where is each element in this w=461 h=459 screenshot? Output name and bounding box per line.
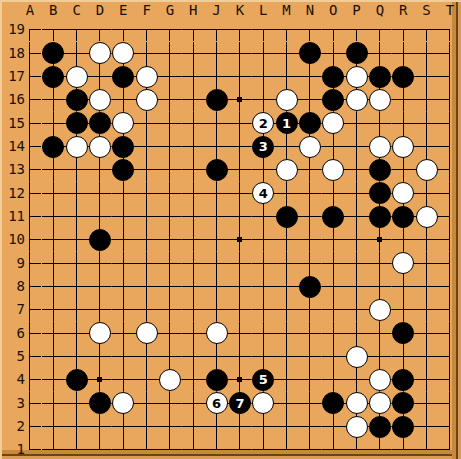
intersection-M19 — [275, 18, 298, 41]
black-stone-O11 — [322, 206, 344, 228]
intersection-D19 — [88, 18, 111, 41]
intersection-S19 — [415, 18, 438, 41]
intersection-P10 — [345, 228, 368, 251]
intersection-Q19 — [368, 18, 391, 41]
intersection-S3 — [415, 392, 438, 415]
intersection-O9 — [322, 252, 345, 275]
intersection-H1 — [182, 438, 205, 459]
intersection-O5 — [322, 345, 345, 368]
intersection-S7 — [415, 298, 438, 321]
intersection-P13 — [345, 158, 368, 181]
col-label-Q: Q — [368, 2, 391, 18]
intersection-K17 — [228, 65, 251, 88]
intersection-D11 — [88, 205, 111, 228]
intersection-P19 — [345, 18, 368, 41]
intersection-B15 — [42, 112, 65, 135]
intersection-K19 — [228, 18, 251, 41]
intersection-E11 — [112, 205, 135, 228]
intersection-B12 — [42, 182, 65, 205]
col-label-N: N — [298, 2, 321, 18]
intersection-F5 — [135, 345, 158, 368]
intersection-R13 — [392, 158, 415, 181]
col-label-D: D — [88, 2, 111, 18]
intersection-T17 — [438, 65, 461, 88]
intersection-B3 — [42, 392, 65, 415]
intersection-A16 — [18, 88, 41, 111]
black-stone-R17 — [392, 66, 414, 88]
intersection-L19 — [252, 18, 275, 41]
move-1-black-stone-M15: 1 — [276, 112, 298, 134]
intersection-B2 — [42, 415, 65, 438]
intersection-K5 — [228, 345, 251, 368]
intersection-D2 — [88, 415, 111, 438]
intersection-J11 — [205, 205, 228, 228]
intersection-T5 — [438, 345, 461, 368]
intersection-P1 — [345, 438, 368, 459]
intersection-B7 — [42, 298, 65, 321]
intersection-G2 — [158, 415, 181, 438]
intersection-L9 — [252, 252, 275, 275]
black-stone-B14 — [42, 136, 64, 158]
intersection-G5 — [158, 345, 181, 368]
intersection-H17 — [182, 65, 205, 88]
intersection-M3 — [275, 392, 298, 415]
black-stone-C15 — [66, 112, 88, 134]
black-stone-Q17 — [369, 66, 391, 88]
white-stone-S11 — [416, 206, 438, 228]
intersection-Q1 — [368, 438, 391, 459]
intersection-S1 — [415, 438, 438, 459]
intersection-P12 — [345, 182, 368, 205]
intersection-F7 — [135, 298, 158, 321]
intersection-K7 — [228, 298, 251, 321]
intersection-D8 — [88, 275, 111, 298]
white-stone-Q4 — [369, 369, 391, 391]
hoshi-K10 — [237, 237, 242, 242]
hoshi-K16 — [237, 97, 242, 102]
intersection-C9 — [65, 252, 88, 275]
black-stone-J16 — [206, 89, 228, 111]
intersection-H14 — [182, 135, 205, 158]
black-stone-J13 — [206, 159, 228, 181]
white-stone-D16 — [89, 89, 111, 111]
white-stone-G4 — [159, 369, 181, 391]
intersection-J8 — [205, 275, 228, 298]
intersection-T2 — [438, 415, 461, 438]
intersection-B8 — [42, 275, 65, 298]
black-stone-D10 — [89, 229, 111, 251]
intersection-S9 — [415, 252, 438, 275]
hoshi-D4 — [97, 377, 102, 382]
black-stone-Q2 — [369, 416, 391, 438]
intersection-N13 — [298, 158, 321, 181]
intersection-G3 — [158, 392, 181, 415]
intersection-K15 — [228, 112, 251, 135]
intersection-G6 — [158, 322, 181, 345]
black-stone-R2 — [392, 416, 414, 438]
intersection-C5 — [65, 345, 88, 368]
intersection-J12 — [205, 182, 228, 205]
intersection-F10 — [135, 228, 158, 251]
intersection-J10 — [205, 228, 228, 251]
intersection-F9 — [135, 252, 158, 275]
intersection-B13 — [42, 158, 65, 181]
intersection-J9 — [205, 252, 228, 275]
white-stone-Q3 — [369, 392, 391, 414]
intersection-D13 — [88, 158, 111, 181]
intersection-H3 — [182, 392, 205, 415]
intersection-E10 — [112, 228, 135, 251]
intersection-K18 — [228, 42, 251, 65]
intersection-F2 — [135, 415, 158, 438]
black-stone-J4 — [206, 369, 228, 391]
intersection-L2 — [252, 415, 275, 438]
intersection-F13 — [135, 158, 158, 181]
intersection-M7 — [275, 298, 298, 321]
intersection-O4 — [322, 368, 345, 391]
move-6-white-stone-J3: 6 — [206, 392, 228, 414]
black-stone-Q11 — [369, 206, 391, 228]
white-stone-M13 — [276, 159, 298, 181]
intersection-F4 — [135, 368, 158, 391]
intersection-N6 — [298, 322, 321, 345]
white-stone-P2 — [346, 416, 368, 438]
intersection-A7 — [18, 298, 41, 321]
intersection-L1 — [252, 438, 275, 459]
intersection-G13 — [158, 158, 181, 181]
intersection-S15 — [415, 112, 438, 135]
intersection-J1 — [205, 438, 228, 459]
white-stone-F17 — [136, 66, 158, 88]
intersection-O10 — [322, 228, 345, 251]
intersection-R16 — [392, 88, 415, 111]
col-label-B: B — [42, 2, 65, 18]
intersection-M4 — [275, 368, 298, 391]
intersection-M5 — [275, 345, 298, 368]
intersection-C3 — [65, 392, 88, 415]
intersection-B11 — [42, 205, 65, 228]
intersection-E1 — [112, 438, 135, 459]
intersection-O1 — [322, 438, 345, 459]
intersection-K13 — [228, 158, 251, 181]
intersection-N2 — [298, 415, 321, 438]
white-stone-P16 — [346, 89, 368, 111]
intersection-N11 — [298, 205, 321, 228]
white-stone-C14 — [66, 136, 88, 158]
intersection-G8 — [158, 275, 181, 298]
intersection-T6 — [438, 322, 461, 345]
go-diagram: ABCDEFGHJKLMNOPQRST 19181716151413121110… — [0, 0, 461, 459]
intersection-D7 — [88, 298, 111, 321]
intersection-H9 — [182, 252, 205, 275]
intersection-A1 — [18, 438, 41, 459]
intersection-H19 — [182, 18, 205, 41]
intersection-E5 — [112, 345, 135, 368]
black-stone-O17 — [322, 66, 344, 88]
intersection-A15 — [18, 112, 41, 135]
col-label-O: O — [322, 2, 345, 18]
intersection-P15 — [345, 112, 368, 135]
hoshi-Q10 — [377, 237, 382, 242]
intersection-B4 — [42, 368, 65, 391]
intersection-S14 — [415, 135, 438, 158]
intersection-J5 — [205, 345, 228, 368]
white-stone-F16 — [136, 89, 158, 111]
intersection-E4 — [112, 368, 135, 391]
intersection-D9 — [88, 252, 111, 275]
intersection-O14 — [322, 135, 345, 158]
intersection-C12 — [65, 182, 88, 205]
intersection-F15 — [135, 112, 158, 135]
intersection-R5 — [392, 345, 415, 368]
intersection-K12 — [228, 182, 251, 205]
intersection-F8 — [135, 275, 158, 298]
col-label-T: T — [438, 2, 461, 18]
intersection-A3 — [18, 392, 41, 415]
black-stone-D3 — [89, 392, 111, 414]
intersection-S2 — [415, 415, 438, 438]
intersection-S8 — [415, 275, 438, 298]
intersection-M10 — [275, 228, 298, 251]
hoshi-K4 — [237, 377, 242, 382]
intersection-J7 — [205, 298, 228, 321]
intersection-A8 — [18, 275, 41, 298]
intersection-S5 — [415, 345, 438, 368]
intersection-R7 — [392, 298, 415, 321]
intersection-Q6 — [368, 322, 391, 345]
intersection-S4 — [415, 368, 438, 391]
intersection-P9 — [345, 252, 368, 275]
col-label-A: A — [18, 2, 41, 18]
white-stone-Q7 — [369, 299, 391, 321]
intersection-B9 — [42, 252, 65, 275]
intersection-M14 — [275, 135, 298, 158]
intersection-H2 — [182, 415, 205, 438]
col-label-K: K — [228, 2, 251, 18]
intersection-S16 — [415, 88, 438, 111]
intersection-E6 — [112, 322, 135, 345]
intersection-H15 — [182, 112, 205, 135]
intersection-T19 — [438, 18, 461, 41]
black-stone-M11 — [276, 206, 298, 228]
intersection-Q15 — [368, 112, 391, 135]
intersection-L7 — [252, 298, 275, 321]
intersection-L6 — [252, 322, 275, 345]
intersection-G9 — [158, 252, 181, 275]
intersection-N7 — [298, 298, 321, 321]
intersection-G12 — [158, 182, 181, 205]
intersection-Q9 — [368, 252, 391, 275]
intersection-O12 — [322, 182, 345, 205]
white-stone-S13 — [416, 159, 438, 181]
col-label-L: L — [252, 2, 275, 18]
intersection-M2 — [275, 415, 298, 438]
intersection-L17 — [252, 65, 275, 88]
intersection-C6 — [65, 322, 88, 345]
intersection-R19 — [392, 18, 415, 41]
intersection-R1 — [392, 438, 415, 459]
intersection-C19 — [65, 18, 88, 41]
intersection-G15 — [158, 112, 181, 135]
intersection-H8 — [182, 275, 205, 298]
intersection-P4 — [345, 368, 368, 391]
col-label-F: F — [135, 2, 158, 18]
intersection-B16 — [42, 88, 65, 111]
intersection-F1 — [135, 438, 158, 459]
intersection-E7 — [112, 298, 135, 321]
intersection-T11 — [438, 205, 461, 228]
intersection-Q5 — [368, 345, 391, 368]
col-label-E: E — [112, 2, 135, 18]
intersection-R18 — [392, 42, 415, 65]
intersection-F18 — [135, 42, 158, 65]
intersection-O2 — [322, 415, 345, 438]
white-stone-Q16 — [369, 89, 391, 111]
intersection-N17 — [298, 65, 321, 88]
intersection-E19 — [112, 18, 135, 41]
intersection-J19 — [205, 18, 228, 41]
intersection-N12 — [298, 182, 321, 205]
intersection-A2 — [18, 415, 41, 438]
intersection-L10 — [252, 228, 275, 251]
intersection-C10 — [65, 228, 88, 251]
intersection-L16 — [252, 88, 275, 111]
intersection-J14 — [205, 135, 228, 158]
intersection-L18 — [252, 42, 275, 65]
intersection-N4 — [298, 368, 321, 391]
intersection-T16 — [438, 88, 461, 111]
white-stone-F6 — [136, 322, 158, 344]
intersection-S18 — [415, 42, 438, 65]
move-3-black-stone-L14: 3 — [252, 136, 274, 158]
intersection-P14 — [345, 135, 368, 158]
intersection-K8 — [228, 275, 251, 298]
intersection-A9 — [18, 252, 41, 275]
intersection-M9 — [275, 252, 298, 275]
black-stone-Q13 — [369, 159, 391, 181]
intersection-N9 — [298, 252, 321, 275]
col-label-H: H — [182, 2, 205, 18]
intersection-C18 — [65, 42, 88, 65]
black-stone-N8 — [299, 276, 321, 298]
white-stone-M16 — [276, 89, 298, 111]
move-5-black-stone-L4: 5 — [252, 369, 274, 391]
intersection-B5 — [42, 345, 65, 368]
intersection-G16 — [158, 88, 181, 111]
intersection-M18 — [275, 42, 298, 65]
white-stone-Q14 — [369, 136, 391, 158]
intersection-F3 — [135, 392, 158, 415]
white-stone-P5 — [346, 346, 368, 368]
intersection-J17 — [205, 65, 228, 88]
intersection-E12 — [112, 182, 135, 205]
intersection-A4 — [18, 368, 41, 391]
intersection-S10 — [415, 228, 438, 251]
intersection-O19 — [322, 18, 345, 41]
intersection-H4 — [182, 368, 205, 391]
intersection-M1 — [275, 438, 298, 459]
black-stone-Q12 — [369, 182, 391, 204]
move-7-black-stone-K3: 7 — [229, 392, 251, 414]
intersection-K11 — [228, 205, 251, 228]
intersection-N1 — [298, 438, 321, 459]
intersection-T10 — [438, 228, 461, 251]
intersection-E8 — [112, 275, 135, 298]
intersection-S17 — [415, 65, 438, 88]
intersection-D12 — [88, 182, 111, 205]
intersection-S12 — [415, 182, 438, 205]
intersection-A10 — [18, 228, 41, 251]
intersection-T7 — [438, 298, 461, 321]
intersection-N5 — [298, 345, 321, 368]
intersection-H5 — [182, 345, 205, 368]
intersection-D1 — [88, 438, 111, 459]
intersection-L8 — [252, 275, 275, 298]
black-stone-E14 — [112, 136, 134, 158]
black-stone-R4 — [392, 369, 414, 391]
col-label-J: J — [205, 2, 228, 18]
intersection-T1 — [438, 438, 461, 459]
intersection-C13 — [65, 158, 88, 181]
intersection-F14 — [135, 135, 158, 158]
intersection-T9 — [438, 252, 461, 275]
intersection-O7 — [322, 298, 345, 321]
intersection-E9 — [112, 252, 135, 275]
intersection-R10 — [392, 228, 415, 251]
intersection-J2 — [205, 415, 228, 438]
intersection-G7 — [158, 298, 181, 321]
intersection-H16 — [182, 88, 205, 111]
white-stone-N14 — [299, 136, 321, 158]
intersection-T3 — [438, 392, 461, 415]
intersection-R15 — [392, 112, 415, 135]
intersection-M6 — [275, 322, 298, 345]
intersection-P8 — [345, 275, 368, 298]
intersection-T12 — [438, 182, 461, 205]
intersection-T18 — [438, 42, 461, 65]
intersection-T13 — [438, 158, 461, 181]
intersection-C7 — [65, 298, 88, 321]
black-stone-E17 — [112, 66, 134, 88]
intersection-A14 — [18, 135, 41, 158]
intersection-A12 — [18, 182, 41, 205]
intersection-G10 — [158, 228, 181, 251]
intersection-D17 — [88, 65, 111, 88]
intersection-A17 — [18, 65, 41, 88]
intersection-M17 — [275, 65, 298, 88]
intersection-C2 — [65, 415, 88, 438]
intersection-Q8 — [368, 275, 391, 298]
black-stone-C4 — [66, 369, 88, 391]
white-stone-R14 — [392, 136, 414, 158]
black-stone-B17 — [42, 66, 64, 88]
black-stone-C16 — [66, 89, 88, 111]
intersection-C1 — [65, 438, 88, 459]
intersection-M12 — [275, 182, 298, 205]
col-label-C: C — [65, 2, 88, 18]
intersection-F12 — [135, 182, 158, 205]
white-stone-J6 — [206, 322, 228, 344]
intersection-A18 — [18, 42, 41, 65]
intersection-N16 — [298, 88, 321, 111]
intersection-H10 — [182, 228, 205, 251]
intersection-L5 — [252, 345, 275, 368]
intersection-O6 — [322, 322, 345, 345]
intersection-G14 — [158, 135, 181, 158]
intersection-Q18 — [368, 42, 391, 65]
intersection-H18 — [182, 42, 205, 65]
intersection-K9 — [228, 252, 251, 275]
